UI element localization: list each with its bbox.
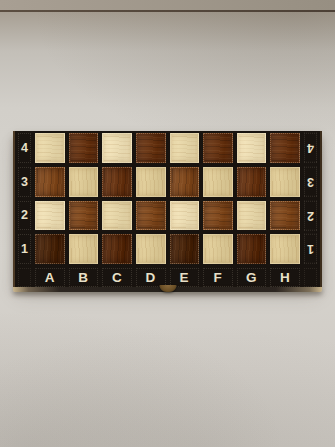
square-a2 bbox=[35, 201, 65, 231]
square-d1 bbox=[136, 234, 166, 264]
square-f4 bbox=[203, 133, 233, 163]
file-label-b: B bbox=[69, 268, 99, 287]
square-c2 bbox=[102, 201, 132, 231]
rank-label-right-3: 3 bbox=[304, 167, 317, 197]
board-grid: 44332211ABCDEFGH bbox=[15, 131, 320, 287]
rank-label-right-2: 2 bbox=[304, 201, 317, 231]
square-e2 bbox=[170, 201, 200, 231]
folded-chess-board-box: 44332211ABCDEFGH bbox=[13, 131, 322, 287]
square-c1 bbox=[102, 234, 132, 264]
square-g4 bbox=[237, 133, 267, 163]
square-f2 bbox=[203, 201, 233, 231]
square-a1 bbox=[35, 234, 65, 264]
brass-clasp-icon bbox=[159, 285, 176, 292]
square-c4 bbox=[102, 133, 132, 163]
square-d3 bbox=[136, 167, 166, 197]
file-label-c: C bbox=[102, 268, 132, 287]
rank-label-left-4: 4 bbox=[18, 133, 31, 163]
square-b2 bbox=[69, 201, 99, 231]
square-h3 bbox=[270, 167, 300, 197]
rank-label-left-1: 1 bbox=[18, 234, 31, 264]
square-b1 bbox=[69, 234, 99, 264]
rank-label-right-4: 4 bbox=[304, 133, 317, 163]
square-b3 bbox=[69, 167, 99, 197]
rank-label-left-3: 3 bbox=[18, 167, 31, 197]
square-a4 bbox=[35, 133, 65, 163]
square-e4 bbox=[170, 133, 200, 163]
file-label-h: H bbox=[270, 268, 300, 287]
frame-corner-left bbox=[18, 268, 31, 287]
square-f1 bbox=[203, 234, 233, 264]
rank-label-right-1: 1 bbox=[304, 234, 317, 264]
square-h4 bbox=[270, 133, 300, 163]
square-f3 bbox=[203, 167, 233, 197]
file-label-g: G bbox=[237, 268, 267, 287]
square-h2 bbox=[270, 201, 300, 231]
file-label-a: A bbox=[35, 268, 65, 287]
square-g2 bbox=[237, 201, 267, 231]
square-e1 bbox=[170, 234, 200, 264]
square-d2 bbox=[136, 201, 166, 231]
frame-corner-right bbox=[304, 268, 317, 287]
rank-label-left-2: 2 bbox=[18, 201, 31, 231]
file-label-f: F bbox=[203, 268, 233, 287]
photo-of-chess-box: 44332211ABCDEFGH bbox=[0, 0, 335, 447]
square-c3 bbox=[102, 167, 132, 197]
square-b4 bbox=[69, 133, 99, 163]
square-g3 bbox=[237, 167, 267, 197]
box-bottom-edge bbox=[13, 287, 322, 292]
wall-band bbox=[0, 0, 335, 10]
square-g1 bbox=[237, 234, 267, 264]
square-e3 bbox=[170, 167, 200, 197]
square-a3 bbox=[35, 167, 65, 197]
square-h1 bbox=[270, 234, 300, 264]
square-d4 bbox=[136, 133, 166, 163]
